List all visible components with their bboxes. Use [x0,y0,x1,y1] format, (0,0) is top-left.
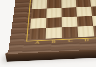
square-a1 [29,28,46,39]
file-label-b: B [45,39,62,45]
square-e1 [93,25,96,36]
file-label-e: E [94,36,96,42]
square-e3 [91,6,96,16]
square-c1 [62,27,78,38]
square-d1 [77,26,94,37]
square-b1 [46,27,62,38]
chessboard-product-photo: ABCDEFGH [0,0,96,67]
file-label-c: C [62,38,79,44]
board-squares [29,0,96,39]
chess-board: ABCDEFGH [8,0,96,54]
file-label-a: A [29,39,46,45]
square-e2 [92,15,96,26]
file-label-d: D [78,37,95,43]
